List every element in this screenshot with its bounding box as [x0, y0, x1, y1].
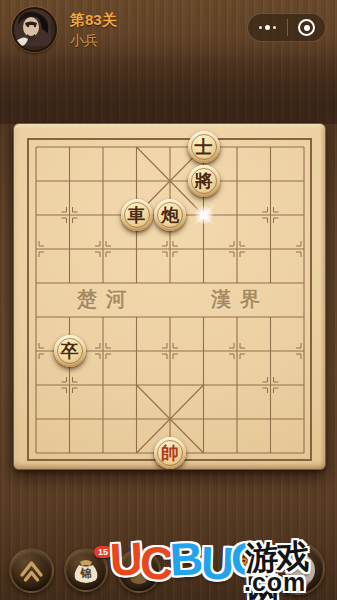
- black-soldier[interactable]: 卒: [54, 335, 86, 367]
- collapse-button[interactable]: [9, 548, 54, 593]
- black-cannon[interactable]: 炮: [154, 199, 186, 231]
- avatar-face-image: [14, 9, 51, 46]
- piece-glyph: 車: [128, 206, 146, 224]
- level-label: 第83关: [70, 11, 117, 30]
- hint-bag-button[interactable]: 锦 15: [64, 548, 108, 592]
- piece-glyph: 炮: [161, 206, 179, 224]
- xiangqi-board[interactable]: 楚河 漢界 士將車炮卒帥: [13, 123, 326, 470]
- ellipsis-icon: [273, 26, 276, 29]
- piece-glyph: 士: [195, 138, 213, 156]
- ellipsis-icon: [265, 25, 270, 30]
- black-advisor[interactable]: 士: [188, 131, 220, 163]
- river-label-left: 楚河: [46, 286, 166, 313]
- red-general[interactable]: 帥: [154, 437, 186, 469]
- obscured-icon: [119, 551, 159, 591]
- river-label-right: 漢界: [180, 286, 300, 313]
- black-general[interactable]: 將: [188, 165, 220, 197]
- wechat-capsule: [247, 13, 326, 42]
- piece-glyph: 將: [195, 172, 213, 190]
- circle-dot-icon: [298, 19, 315, 36]
- game-screen: 第83关 小兵 楚河 漢界 士將車炮卒帥: [0, 0, 337, 600]
- close-miniprogram-button[interactable]: [288, 19, 325, 36]
- svg-text:锦: 锦: [80, 567, 92, 579]
- watermark-letter: B: [169, 535, 202, 583]
- obscured-icon: [274, 544, 323, 593]
- black-chariot[interactable]: 車: [121, 199, 153, 231]
- coin-counter: 38: [240, 555, 256, 571]
- obscured-button-left[interactable]: [117, 549, 161, 593]
- player-name: 小兵: [70, 32, 98, 50]
- chevron-up-icon: [11, 550, 52, 591]
- more-menu-button[interactable]: [248, 14, 287, 41]
- obscured-button-right[interactable]: [272, 542, 325, 595]
- piece-glyph: 卒: [61, 342, 79, 360]
- watermark-letter: U: [200, 539, 232, 586]
- ellipsis-icon: [259, 26, 262, 29]
- badge-count: 15: [94, 546, 112, 558]
- board-top-shadow: [0, 52, 337, 124]
- piece-glyph: 帥: [161, 444, 179, 462]
- player-avatar[interactable]: [12, 7, 57, 52]
